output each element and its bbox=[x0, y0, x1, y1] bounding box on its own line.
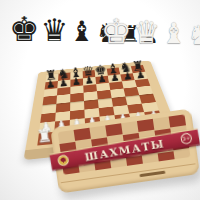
white-knight-icon: ♞ bbox=[187, 22, 200, 48]
product-photo: ♚♛♝♞♜♟ ♚♛♝♞♜♟ ♜♞♝♛♚♝♞♜♟♟♟♟♟♟♟♟♟♟♟♟♟♟♟♟♜♞… bbox=[0, 0, 200, 200]
black-pawn-icon: ♟ bbox=[97, 73, 107, 84]
age-badge: 3+ bbox=[180, 132, 193, 145]
square-e6 bbox=[96, 83, 110, 92]
square-h7: ♟ bbox=[133, 72, 148, 80]
square-h4 bbox=[139, 94, 156, 104]
square-d7: ♟ bbox=[83, 77, 96, 85]
square-d5 bbox=[84, 91, 98, 100]
square-f5 bbox=[110, 89, 125, 98]
